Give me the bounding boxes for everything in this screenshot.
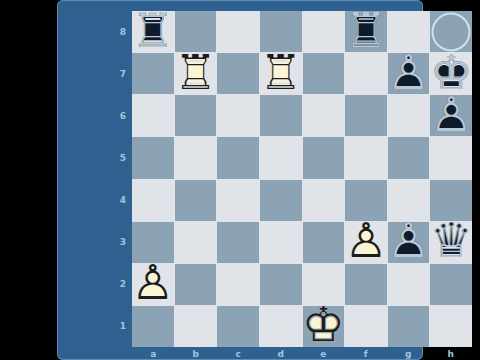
rank-label-1: 1 [114,305,132,347]
white-pawn: ♟♙ [345,222,387,263]
square-e4 [303,180,345,221]
square-e3 [303,222,345,263]
square-h6: ♟♙ [430,95,472,136]
white-pawn-icon: ♟ [344,216,387,264]
black-king-icon: ♚ [430,48,473,96]
square-b3 [175,222,217,263]
square-f6 [345,95,387,136]
black-rook-icon: ♜ [131,6,174,54]
square-e8 [303,11,345,52]
square-a4 [132,180,174,221]
square-g5 [388,137,430,178]
square-h1 [430,306,472,347]
square-d8 [260,11,302,52]
square-g8 [388,11,430,52]
square-a8: ♜♖ [132,11,174,52]
square-c1 [217,306,259,347]
square-c4 [217,180,259,221]
square-e7 [303,53,345,94]
annotation-circle-h8 [432,12,471,51]
square-d1 [260,306,302,347]
square-d6 [260,95,302,136]
black-pawn-outline-icon: ♙ [430,90,473,138]
black-king: ♚♔ [430,53,472,94]
white-rook-icon: ♜ [259,48,302,96]
square-h7: ♚♔ [430,53,472,94]
square-c8 [217,11,259,52]
square-f7 [345,53,387,94]
black-queen: ♛♕ [430,222,472,263]
white-pawn-outline-icon: ♙ [344,216,387,264]
black-king-outline-icon: ♔ [430,48,473,96]
square-c2 [217,264,259,305]
square-b2 [175,264,217,305]
square-g7: ♟♙ [388,53,430,94]
black-rook-icon: ♜ [344,6,387,54]
black-pawn: ♟♙ [388,222,430,263]
square-c7 [217,53,259,94]
white-pawn-outline-icon: ♙ [131,258,174,306]
file-label-b: b [175,347,218,360]
rank-label-2: 2 [114,263,132,305]
square-b5 [175,137,217,178]
file-label-e: e [302,347,345,360]
white-king-icon: ♚ [302,301,345,349]
rank-label-4: 4 [114,179,132,221]
square-e1: ♚♔ [303,306,345,347]
chessboard-frame: 87654321 abcdefgh ♜♖♜♖♜♖♜♖♟♙♚♔♟♙♟♙♟♙♛♕♟♙… [57,0,423,360]
black-rook: ♜♖ [132,11,174,52]
square-g1 [388,306,430,347]
white-king-outline-icon: ♔ [302,301,345,349]
file-labels: abcdefgh [132,347,472,360]
file-label-a: a [132,347,175,360]
black-rook-outline-icon: ♖ [131,6,174,54]
square-f2 [345,264,387,305]
square-a5 [132,137,174,178]
square-d4 [260,180,302,221]
square-b4 [175,180,217,221]
rank-label-5: 5 [114,137,132,179]
square-e5 [303,137,345,178]
square-a1 [132,306,174,347]
white-rook: ♜♖ [175,53,217,94]
square-h8 [430,11,472,52]
black-pawn-outline-icon: ♙ [387,216,430,264]
file-label-h: h [430,347,473,360]
white-pawn-icon: ♟ [131,258,174,306]
file-label-d: d [260,347,303,360]
square-d5 [260,137,302,178]
file-label-f: f [345,347,388,360]
white-king: ♚♔ [303,306,345,347]
black-pawn: ♟♙ [388,53,430,94]
square-g4 [388,180,430,221]
black-pawn-icon: ♟ [387,216,430,264]
square-c5 [217,137,259,178]
square-d3 [260,222,302,263]
square-h5 [430,137,472,178]
square-g6 [388,95,430,136]
file-label-g: g [387,347,430,360]
square-h2 [430,264,472,305]
square-e6 [303,95,345,136]
square-h4 [430,180,472,221]
rank-label-8: 8 [114,11,132,53]
square-a7 [132,53,174,94]
square-g3: ♟♙ [388,222,430,263]
square-a2: ♟♙ [132,264,174,305]
rank-label-3: 3 [114,221,132,263]
square-b8 [175,11,217,52]
square-f3: ♟♙ [345,222,387,263]
black-rook-outline-icon: ♖ [344,6,387,54]
rank-label-6: 6 [114,95,132,137]
white-rook: ♜♖ [260,53,302,94]
chessboard: ♜♖♜♖♜♖♜♖♟♙♚♔♟♙♟♙♟♙♛♕♟♙♚♔ [132,11,472,347]
square-g2 [388,264,430,305]
rank-label-7: 7 [114,53,132,95]
rank-labels: 87654321 [114,11,132,347]
square-d2 [260,264,302,305]
white-rook-outline-icon: ♖ [174,48,217,96]
square-a6 [132,95,174,136]
black-pawn-icon: ♟ [430,90,473,138]
square-a3 [132,222,174,263]
square-b1 [175,306,217,347]
square-b7: ♜♖ [175,53,217,94]
square-f1 [345,306,387,347]
white-rook-outline-icon: ♖ [259,48,302,96]
video-frame: 87654321 abcdefgh ♜♖♜♖♜♖♜♖♟♙♚♔♟♙♟♙♟♙♛♕♟♙… [0,0,480,360]
square-f4 [345,180,387,221]
square-e2 [303,264,345,305]
black-pawn-outline-icon: ♙ [387,48,430,96]
file-label-c: c [217,347,260,360]
black-rook: ♜♖ [345,11,387,52]
white-rook-icon: ♜ [174,48,217,96]
square-d7: ♜♖ [260,53,302,94]
square-h3: ♛♕ [430,222,472,263]
white-pawn: ♟♙ [132,264,174,305]
square-c6 [217,95,259,136]
square-f5 [345,137,387,178]
black-pawn-icon: ♟ [387,48,430,96]
square-b6 [175,95,217,136]
black-queen-outline-icon: ♕ [430,216,473,264]
black-queen-icon: ♛ [430,216,473,264]
square-c3 [217,222,259,263]
square-f8: ♜♖ [345,11,387,52]
black-pawn: ♟♙ [430,95,472,136]
